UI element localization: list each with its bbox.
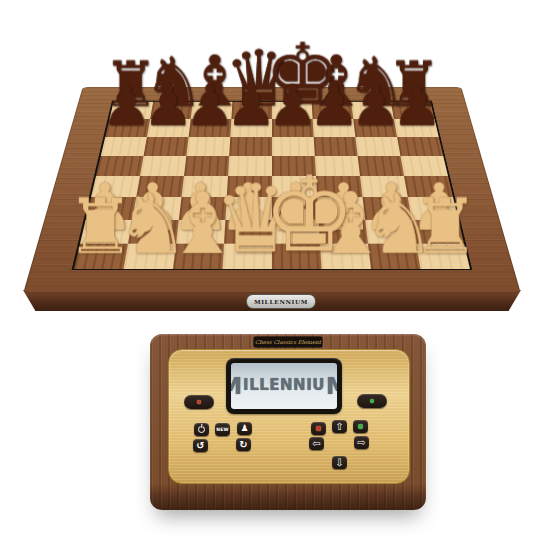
red-confirm-button[interactable]	[311, 422, 326, 435]
lcd-screen: MILLENNIUM	[231, 363, 337, 409]
square-h6[interactable]	[397, 137, 443, 156]
green-dot-icon	[358, 424, 363, 429]
piece-black-pawn[interactable]: ♟	[389, 77, 446, 134]
down-arrow-icon: ⇩	[335, 458, 343, 468]
undo-icon: ↺	[196, 441, 204, 451]
power-button[interactable]	[194, 423, 209, 436]
product-photo: ♜♞♝♛♚♝♞♜♟♟♟♟♟♟♟♟♟♟♟♟♟♟♟♟♜♞♝♛♚♝♞♜ MILLENN…	[0, 0, 560, 560]
square-e6[interactable]	[272, 137, 315, 156]
right-arrow-icon: ⇨	[357, 438, 365, 448]
new-game-button[interactable]: NEW	[215, 423, 230, 436]
chess-board: ♜♞♝♛♚♝♞♜♟♟♟♟♟♟♟♟♟♟♟♟♟♟♟♟♜♞♝♛♚♝♞♜ MILLENN…	[0, 0, 560, 332]
square-g6[interactable]	[355, 137, 400, 156]
square-d6[interactable]	[229, 137, 272, 156]
green-action-button[interactable]	[357, 394, 387, 408]
down-button[interactable]: ⇩	[332, 456, 347, 469]
board-nameplate: MILLENNIUM	[246, 294, 316, 309]
red-dot-icon	[316, 426, 321, 431]
right-button[interactable]: ⇨	[354, 436, 369, 449]
board-frame: ♜♞♝♛♚♝♞♜♟♟♟♟♟♟♟♟♟♟♟♟♟♟♟♟♜♞♝♛♚♝♞♜	[23, 87, 520, 293]
red-dot-icon	[197, 400, 202, 405]
model-label-text: Chess Classics Element	[255, 339, 321, 345]
power-icon	[198, 426, 206, 434]
lcd-logo-text: M	[231, 375, 242, 398]
red-action-button[interactable]	[184, 395, 214, 409]
lcd-logo-text: M	[326, 375, 337, 398]
redo-icon: ↻	[239, 440, 247, 450]
pawn-icon: ♟	[240, 424, 248, 433]
undo-button[interactable]: ↺	[193, 439, 208, 452]
board-nameplate-text: MILLENNIUM	[254, 298, 308, 304]
up-arrow-icon: ⇧	[335, 422, 343, 432]
square-f6[interactable]	[314, 137, 358, 156]
piece-white-king[interactable]: ♚	[263, 164, 330, 267]
green-confirm-button[interactable]	[353, 420, 368, 433]
square-a6[interactable]	[101, 137, 147, 156]
new-label: NEW	[216, 427, 228, 432]
square-c6[interactable]	[186, 137, 230, 156]
square-b6[interactable]	[144, 137, 189, 156]
redo-button[interactable]: ↻	[236, 438, 251, 451]
control-unit: Chess Classics Element MILLENNIUM NEW ♟	[150, 334, 426, 510]
pawn-button[interactable]: ♟	[237, 422, 252, 435]
model-label-plaque: Chess Classics Element	[254, 337, 322, 347]
gold-panel: MILLENNIUM NEW ♟ ↺ ↻	[168, 349, 410, 484]
left-button[interactable]: ⇦	[309, 437, 324, 450]
left-arrow-icon: ⇦	[312, 439, 320, 449]
lcd-display: MILLENNIUM	[226, 358, 342, 414]
lcd-logo-text: ILLENNIU	[243, 378, 325, 393]
green-dot-icon	[370, 399, 375, 404]
up-button[interactable]: ⇧	[332, 420, 347, 433]
